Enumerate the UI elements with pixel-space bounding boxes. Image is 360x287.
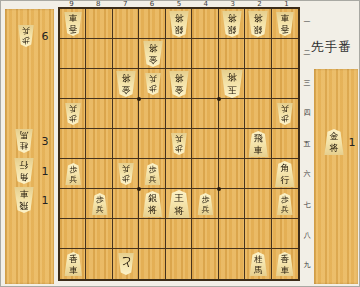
piece-kanji: 兵 [149, 176, 157, 186]
piece-kanji: 角 [280, 164, 289, 176]
piece-kanji: 金 [148, 53, 157, 65]
shogi-piece-sente[interactable]: 香車 [275, 252, 294, 276]
piece-kanji: 香 [280, 23, 289, 34]
piece-kanji: 角 [20, 170, 29, 182]
piece-kanji: 将 [174, 206, 184, 219]
rank-label: 九 [302, 250, 312, 280]
piece-kanji: 王 [174, 193, 184, 206]
shogi-piece-sente[interactable]: 香車 [64, 252, 83, 276]
shogi-piece-sente[interactable]: 歩兵 [197, 193, 214, 215]
hand-count: 1 [349, 136, 356, 149]
shogi-piece-gote[interactable]: 銀将 [221, 11, 242, 37]
piece-kanji: 車 [69, 12, 78, 23]
piece-kanji: 歩 [281, 113, 289, 123]
piece-kanji: 歩 [149, 83, 157, 93]
piece-kanji: 兵 [96, 206, 104, 216]
shogi-piece-gote[interactable]: 金将 [142, 41, 163, 67]
piece-kanji: 桂 [20, 140, 29, 151]
piece-kanji: 将 [227, 11, 236, 23]
piece-kanji: 兵 [175, 133, 183, 143]
rank-label: 七 [302, 189, 312, 219]
shogi-piece-hand[interactable]: 桂馬 [15, 129, 34, 153]
piece-kanji: 兵 [149, 73, 157, 83]
piece-kanji: 桂 [254, 255, 263, 266]
piece-kanji: 歩 [69, 113, 77, 123]
piece-kanji: 香 [69, 23, 78, 34]
piece-kanji: 香 [280, 255, 289, 266]
piece-kanji: 将 [174, 71, 183, 83]
shogi-piece-gote[interactable]: 歩兵 [144, 73, 161, 95]
piece-kanji: 車 [69, 266, 78, 277]
hand-count: 1 [42, 194, 49, 207]
piece-kanji: 兵 [69, 103, 77, 113]
shogi-board[interactable]: 香車銀将銀将銀将香車金将金将歩兵金将玉将歩兵歩兵歩兵飛車歩兵歩兵歩兵角行歩兵銀将… [58, 7, 300, 281]
shogi-piece-gote[interactable]: 歩兵 [276, 103, 293, 125]
rank-label: 三 [302, 68, 312, 98]
shogi-piece-gote[interactable]: 歩兵 [118, 163, 135, 185]
piece-kanji: 兵 [281, 103, 289, 113]
shogi-piece-sente[interactable]: 歩兵 [65, 163, 82, 185]
piece-kanji: 歩 [22, 35, 30, 45]
turn-indicator: 先手番 [311, 39, 352, 56]
piece-kanji: 飛 [20, 199, 29, 211]
sente-captured-tray: 金将1 [314, 69, 358, 284]
piece-kanji: 車 [280, 12, 289, 23]
piece-kanji: 金 [174, 83, 183, 95]
piece-kanji: と [120, 253, 132, 269]
piece-kanji: 車 [280, 266, 289, 277]
piece-kanji: 行 [280, 176, 289, 188]
shogi-piece-gote[interactable]: 歩兵 [170, 133, 187, 155]
piece-kanji: 金 [122, 83, 131, 95]
rank-label: 五 [302, 129, 312, 159]
shogi-piece-hand[interactable]: 飛車 [14, 187, 35, 213]
shogi-piece-hand[interactable]: 角行 [14, 158, 35, 184]
piece-kanji: 将 [174, 11, 183, 23]
piece-kanji: 車 [254, 146, 263, 158]
shogi-piece-gote[interactable]: 金将 [168, 71, 189, 97]
piece-kanji: 銀 [174, 23, 183, 35]
shogi-piece-sente[interactable]: 桂馬 [249, 252, 268, 276]
hand-count: 3 [42, 135, 49, 148]
piece-kanji: 行 [20, 158, 29, 170]
shogi-piece-gote[interactable]: と [118, 253, 135, 275]
piece-kanji: 馬 [254, 266, 263, 277]
piece-kanji: 銀 [254, 23, 263, 35]
shogi-piece-sente[interactable]: 王将 [167, 190, 190, 218]
shogi-piece-sente[interactable]: 歩兵 [91, 193, 108, 215]
piece-kanji: 歩 [175, 143, 183, 153]
gote-captured-tray: 歩兵6桂馬3角行1飛車1 [5, 9, 54, 284]
piece-kanji: 飛 [254, 134, 263, 146]
piece-kanji: 歩 [122, 173, 130, 183]
shogi-piece-gote[interactable]: 金将 [116, 71, 137, 97]
shogi-piece-gote[interactable]: 銀将 [168, 11, 189, 37]
shogi-piece-sente[interactable]: 角行 [274, 161, 295, 187]
piece-kanji: 将 [148, 206, 157, 218]
piece-kanji: 将 [148, 41, 157, 53]
shogi-piece-hand[interactable]: 金将 [324, 129, 345, 155]
piece-kanji: 兵 [69, 176, 77, 186]
piece-kanji: 兵 [281, 206, 289, 216]
shogi-piece-gote[interactable]: 香車 [275, 12, 294, 36]
shogi-piece-gote[interactable]: 香車 [64, 12, 83, 36]
shogi-viewer: 987654321 歩兵6桂馬3角行1飛車1 香車銀将銀将銀将香車金将金将歩兵金… [0, 0, 360, 287]
piece-kanji: 兵 [22, 25, 30, 35]
piece-kanji: 金 [330, 132, 339, 144]
piece-kanji: 将 [330, 144, 339, 156]
pieces-layer: 香車銀将銀将銀将香車金将金将歩兵金将玉将歩兵歩兵歩兵飛車歩兵歩兵歩兵角行歩兵銀将… [60, 9, 298, 279]
piece-kanji: 馬 [20, 129, 29, 140]
shogi-piece-sente[interactable]: 飛車 [248, 131, 269, 157]
rank-label: 四 [302, 98, 312, 128]
piece-kanji: 銀 [148, 194, 157, 206]
piece-kanji: 将 [122, 71, 131, 83]
shogi-piece-gote[interactable]: 玉将 [220, 70, 243, 98]
rank-label: 八 [302, 220, 312, 250]
shogi-piece-sente[interactable]: 歩兵 [276, 193, 293, 215]
piece-kanji: 銀 [227, 23, 236, 35]
piece-kanji: 将 [254, 11, 263, 23]
shogi-piece-gote[interactable]: 銀将 [248, 11, 269, 37]
shogi-piece-sente[interactable]: 銀将 [142, 191, 163, 217]
hand-count: 6 [42, 30, 49, 43]
piece-kanji: 兵 [122, 163, 130, 173]
piece-kanji: 玉 [227, 83, 237, 96]
hand-count: 1 [42, 165, 49, 178]
piece-kanji: 香 [69, 255, 78, 266]
rank-label: 一 [302, 7, 312, 37]
rank-label: 六 [302, 159, 312, 189]
piece-kanji: 将 [227, 70, 237, 83]
shogi-piece-hand[interactable]: 歩兵 [18, 25, 35, 47]
shogi-piece-sente[interactable]: 歩兵 [144, 163, 161, 185]
shogi-piece-gote[interactable]: 歩兵 [65, 103, 82, 125]
piece-kanji: 兵 [201, 206, 209, 216]
piece-kanji: 車 [20, 187, 29, 199]
